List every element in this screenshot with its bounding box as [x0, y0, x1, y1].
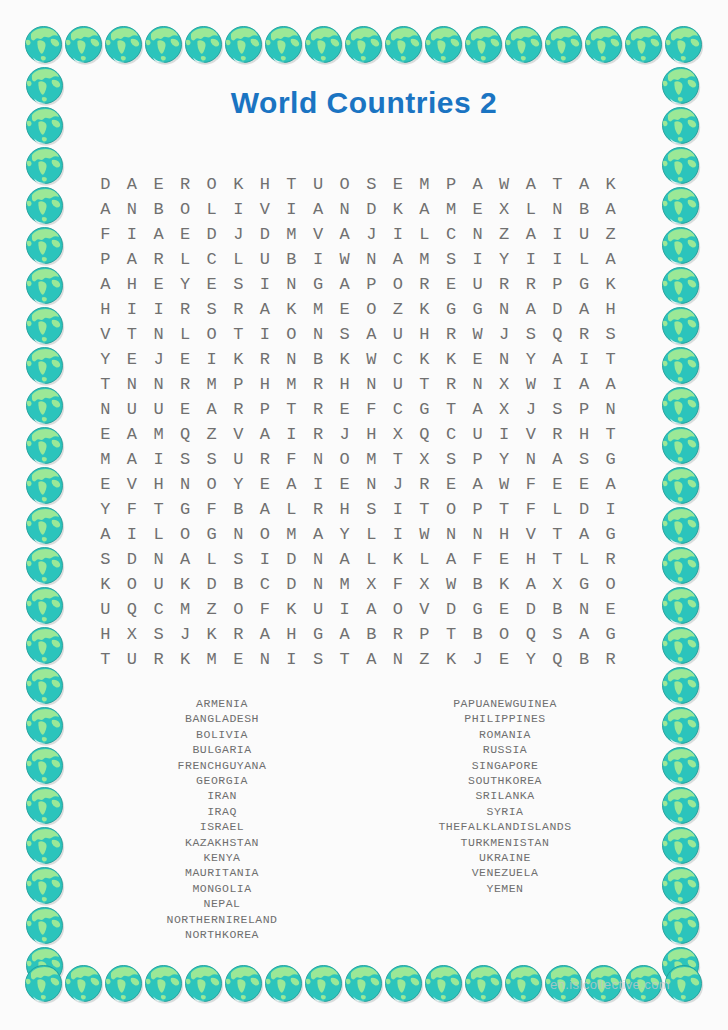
grid-cell[interactable]: U	[385, 372, 412, 397]
grid-cell[interactable]: I	[464, 247, 491, 272]
grid-cell[interactable]: N	[464, 222, 491, 247]
grid-cell[interactable]: K	[198, 622, 225, 647]
grid-cell[interactable]: A	[331, 547, 358, 572]
grid-cell[interactable]: T	[331, 647, 358, 672]
grid-cell[interactable]: K	[411, 347, 438, 372]
word-item[interactable]: SYRIA	[365, 804, 645, 819]
grid-cell[interactable]: B	[358, 622, 385, 647]
grid-cell[interactable]: S	[597, 322, 624, 347]
grid-cell[interactable]: Y	[225, 472, 252, 497]
grid-cell[interactable]: L	[198, 547, 225, 572]
grid-cell[interactable]: A	[518, 297, 545, 322]
grid-cell[interactable]: I	[518, 247, 545, 272]
word-item[interactable]: BANGLADESH	[82, 711, 362, 726]
grid-cell[interactable]: S	[145, 622, 172, 647]
grid-cell[interactable]: I	[278, 422, 305, 447]
grid-cell[interactable]: H	[252, 172, 279, 197]
grid-cell[interactable]: T	[411, 372, 438, 397]
grid-cell[interactable]: N	[518, 447, 545, 472]
grid-cell[interactable]: I	[145, 297, 172, 322]
grid-cell[interactable]: Z	[198, 422, 225, 447]
word-item[interactable]: VENEZUELA	[365, 865, 645, 880]
grid-cell[interactable]: P	[438, 172, 465, 197]
grid-cell[interactable]: A	[385, 247, 412, 272]
grid-cell[interactable]: O	[331, 172, 358, 197]
grid-cell[interactable]: N	[305, 572, 332, 597]
grid-cell[interactable]: M	[278, 372, 305, 397]
grid-cell[interactable]: I	[278, 647, 305, 672]
grid-cell[interactable]: I	[385, 222, 412, 247]
grid-cell[interactable]: G	[597, 447, 624, 472]
grid-cell[interactable]: A	[145, 222, 172, 247]
grid-cell[interactable]: P	[252, 397, 279, 422]
grid-cell[interactable]: E	[544, 472, 571, 497]
word-item[interactable]: MAURITANIA	[82, 865, 362, 880]
grid-cell[interactable]: O	[331, 447, 358, 472]
grid-cell[interactable]: G	[464, 597, 491, 622]
grid-cell[interactable]: L	[544, 497, 571, 522]
grid-cell[interactable]: M	[358, 447, 385, 472]
grid-cell[interactable]: K	[411, 297, 438, 322]
grid-cell[interactable]: X	[411, 447, 438, 472]
grid-cell[interactable]: N	[145, 322, 172, 347]
grid-cell[interactable]: E	[172, 347, 199, 372]
grid-cell[interactable]: H	[145, 472, 172, 497]
grid-cell[interactable]: N	[145, 547, 172, 572]
grid-cell[interactable]: L	[411, 222, 438, 247]
grid-cell[interactable]: T	[92, 647, 119, 672]
grid-cell[interactable]: T	[597, 347, 624, 372]
word-item[interactable]: KENYA	[82, 850, 362, 865]
grid-cell[interactable]: I	[119, 222, 146, 247]
grid-cell[interactable]: I	[491, 422, 518, 447]
grid-cell[interactable]: I	[225, 197, 252, 222]
grid-cell[interactable]: L	[518, 197, 545, 222]
grid-cell[interactable]: I	[331, 597, 358, 622]
grid-cell[interactable]: I	[385, 497, 412, 522]
grid-cell[interactable]: S	[305, 647, 332, 672]
grid-cell[interactable]: B	[544, 597, 571, 622]
grid-cell[interactable]: K	[491, 572, 518, 597]
grid-cell[interactable]: L	[278, 497, 305, 522]
grid-cell[interactable]: G	[571, 272, 598, 297]
grid-cell[interactable]: F	[464, 547, 491, 572]
grid-cell[interactable]: Y	[518, 347, 545, 372]
grid-cell[interactable]: Y	[92, 497, 119, 522]
grid-cell[interactable]: D	[544, 297, 571, 322]
grid-cell[interactable]: A	[544, 447, 571, 472]
grid-cell[interactable]: R	[411, 472, 438, 497]
grid-cell[interactable]: V	[225, 422, 252, 447]
grid-cell[interactable]: A	[358, 647, 385, 672]
grid-cell[interactable]: E	[145, 272, 172, 297]
grid-cell[interactable]: S	[358, 497, 385, 522]
grid-cell[interactable]: S	[198, 447, 225, 472]
grid-cell[interactable]: I	[145, 447, 172, 472]
grid-cell[interactable]: N	[491, 347, 518, 372]
grid-cell[interactable]: G	[571, 572, 598, 597]
grid-cell[interactable]: O	[385, 272, 412, 297]
grid-cell[interactable]: X	[491, 372, 518, 397]
grid-cell[interactable]: G	[597, 522, 624, 547]
grid-cell[interactable]: W	[358, 347, 385, 372]
grid-cell[interactable]: K	[597, 272, 624, 297]
grid-cell[interactable]: O	[119, 572, 146, 597]
grid-cell[interactable]: H	[571, 422, 598, 447]
grid-cell[interactable]: X	[385, 422, 412, 447]
grid-cell[interactable]: K	[225, 172, 252, 197]
grid-cell[interactable]: E	[331, 472, 358, 497]
grid-cell[interactable]: O	[358, 297, 385, 322]
grid-cell[interactable]: Q	[544, 647, 571, 672]
grid-cell[interactable]: S	[331, 322, 358, 347]
grid-cell[interactable]: O	[172, 197, 199, 222]
grid-cell[interactable]: U	[305, 172, 332, 197]
grid-cell[interactable]: L	[358, 547, 385, 572]
grid-cell[interactable]: R	[305, 397, 332, 422]
grid-cell[interactable]: L	[571, 547, 598, 572]
grid-cell[interactable]: B	[464, 572, 491, 597]
grid-cell[interactable]: G	[438, 297, 465, 322]
grid-cell[interactable]: F	[119, 497, 146, 522]
grid-cell[interactable]: L	[358, 522, 385, 547]
grid-cell[interactable]: S	[225, 547, 252, 572]
grid-cell[interactable]: S	[438, 247, 465, 272]
grid-cell[interactable]: Y	[491, 447, 518, 472]
grid-cell[interactable]: P	[225, 372, 252, 397]
grid-cell[interactable]: E	[464, 197, 491, 222]
grid-cell[interactable]: E	[571, 472, 598, 497]
grid-cell[interactable]: E	[464, 347, 491, 372]
grid-cell[interactable]: Q	[172, 422, 199, 447]
grid-cell[interactable]: I	[252, 272, 279, 297]
grid-cell[interactable]: D	[518, 597, 545, 622]
grid-cell[interactable]: T	[145, 497, 172, 522]
grid-cell[interactable]: K	[172, 647, 199, 672]
grid-cell[interactable]: E	[119, 347, 146, 372]
grid-cell[interactable]: T	[438, 397, 465, 422]
grid-cell[interactable]: T	[597, 422, 624, 447]
grid-cell[interactable]: N	[278, 347, 305, 372]
grid-cell[interactable]: L	[198, 197, 225, 222]
word-item[interactable]: GEORGIA	[82, 773, 362, 788]
grid-cell[interactable]: G	[172, 497, 199, 522]
grid-cell[interactable]: L	[571, 247, 598, 272]
grid-cell[interactable]: S	[92, 547, 119, 572]
word-item[interactable]: TURKMENISTAN	[365, 835, 645, 850]
grid-cell[interactable]: A	[92, 522, 119, 547]
grid-cell[interactable]: S	[172, 447, 199, 472]
grid-cell[interactable]: D	[438, 597, 465, 622]
grid-cell[interactable]: A	[331, 272, 358, 297]
grid-cell[interactable]: R	[172, 172, 199, 197]
grid-cell[interactable]: S	[358, 172, 385, 197]
grid-cell[interactable]: U	[464, 422, 491, 447]
grid-cell[interactable]: N	[544, 197, 571, 222]
grid-cell[interactable]: O	[597, 572, 624, 597]
grid-cell[interactable]: L	[411, 547, 438, 572]
grid-cell[interactable]: Y	[172, 272, 199, 297]
grid-cell[interactable]: C	[252, 572, 279, 597]
grid-cell[interactable]: F	[358, 397, 385, 422]
grid-cell[interactable]: M	[198, 372, 225, 397]
grid-cell[interactable]: X	[411, 572, 438, 597]
grid-cell[interactable]: W	[491, 472, 518, 497]
grid-cell[interactable]: R	[411, 272, 438, 297]
grid-cell[interactable]: P	[571, 397, 598, 422]
word-item[interactable]: NORTHERNIRELAND	[82, 912, 362, 927]
grid-cell[interactable]: K	[278, 297, 305, 322]
grid-cell[interactable]: M	[278, 222, 305, 247]
grid-cell[interactable]: O	[225, 597, 252, 622]
grid-cell[interactable]: I	[278, 197, 305, 222]
word-item[interactable]: PAPUANEWGUINEA	[365, 696, 645, 711]
word-item[interactable]: NORTHKOREA	[82, 927, 362, 942]
grid-cell[interactable]: N	[331, 197, 358, 222]
grid-cell[interactable]: R	[597, 547, 624, 572]
grid-cell[interactable]: X	[491, 197, 518, 222]
grid-cell[interactable]: N	[145, 372, 172, 397]
grid-cell[interactable]: Y	[92, 347, 119, 372]
grid-cell[interactable]: Q	[119, 597, 146, 622]
grid-cell[interactable]: A	[597, 372, 624, 397]
grid-cell[interactable]: E	[225, 647, 252, 672]
grid-cell[interactable]: O	[278, 322, 305, 347]
grid-cell[interactable]: Q	[411, 422, 438, 447]
grid-cell[interactable]: R	[172, 372, 199, 397]
grid-cell[interactable]: N	[491, 297, 518, 322]
grid-cell[interactable]: O	[491, 622, 518, 647]
grid-cell[interactable]: A	[92, 272, 119, 297]
grid-cell[interactable]: K	[438, 347, 465, 372]
grid-cell[interactable]: U	[252, 247, 279, 272]
grid-cell[interactable]: E	[331, 297, 358, 322]
grid-cell[interactable]: G	[597, 622, 624, 647]
grid-cell[interactable]: O	[252, 522, 279, 547]
grid-cell[interactable]: I	[385, 522, 412, 547]
grid-cell[interactable]: M	[305, 297, 332, 322]
grid-cell[interactable]: E	[597, 597, 624, 622]
grid-cell[interactable]: K	[331, 347, 358, 372]
grid-cell[interactable]: I	[305, 247, 332, 272]
grid-cell[interactable]: U	[145, 572, 172, 597]
word-item[interactable]: ROMANIA	[365, 727, 645, 742]
grid-cell[interactable]: D	[278, 547, 305, 572]
grid-cell[interactable]: T	[92, 372, 119, 397]
grid-cell[interactable]: I	[252, 322, 279, 347]
grid-cell[interactable]: A	[198, 397, 225, 422]
grid-cell[interactable]: E	[252, 472, 279, 497]
grid-cell[interactable]: T	[544, 547, 571, 572]
grid-cell[interactable]: M	[198, 647, 225, 672]
grid-cell[interactable]: O	[172, 522, 199, 547]
grid-cell[interactable]: A	[518, 572, 545, 597]
grid-cell[interactable]: C	[145, 597, 172, 622]
grid-cell[interactable]: G	[411, 397, 438, 422]
grid-cell[interactable]: I	[119, 522, 146, 547]
grid-cell[interactable]: L	[145, 522, 172, 547]
grid-cell[interactable]: A	[411, 197, 438, 222]
grid-cell[interactable]: E	[92, 472, 119, 497]
grid-cell[interactable]: A	[597, 472, 624, 497]
grid-cell[interactable]: K	[172, 572, 199, 597]
grid-cell[interactable]: I	[252, 547, 279, 572]
word-item[interactable]: NEPAL	[82, 896, 362, 911]
grid-cell[interactable]: V	[92, 322, 119, 347]
grid-cell[interactable]: J	[385, 472, 412, 497]
grid-cell[interactable]: Z	[198, 597, 225, 622]
grid-cell[interactable]: O	[198, 472, 225, 497]
grid-cell[interactable]: F	[385, 572, 412, 597]
grid-cell[interactable]: X	[544, 572, 571, 597]
grid-cell[interactable]: D	[198, 572, 225, 597]
grid-cell[interactable]: H	[252, 372, 279, 397]
grid-cell[interactable]: R	[518, 272, 545, 297]
word-item[interactable]: ISRAEL	[82, 819, 362, 834]
grid-cell[interactable]: U	[145, 397, 172, 422]
word-item[interactable]: SINGAPORE	[365, 758, 645, 773]
grid-cell[interactable]: I	[305, 472, 332, 497]
grid-cell[interactable]: Q	[544, 322, 571, 347]
word-item[interactable]: ARMENIA	[82, 696, 362, 711]
grid-cell[interactable]: D	[571, 497, 598, 522]
grid-cell[interactable]: H	[119, 272, 146, 297]
grid-cell[interactable]: G	[305, 272, 332, 297]
grid-cell[interactable]: O	[198, 322, 225, 347]
grid-cell[interactable]: R	[305, 372, 332, 397]
grid-cell[interactable]: L	[225, 247, 252, 272]
grid-cell[interactable]: R	[145, 647, 172, 672]
grid-cell[interactable]: A	[119, 247, 146, 272]
grid-cell[interactable]: J	[172, 622, 199, 647]
grid-cell[interactable]: N	[278, 272, 305, 297]
grid-cell[interactable]: U	[464, 272, 491, 297]
grid-cell[interactable]: N	[385, 647, 412, 672]
grid-cell[interactable]: F	[518, 497, 545, 522]
grid-cell[interactable]: I	[544, 247, 571, 272]
grid-cell[interactable]: E	[491, 547, 518, 572]
grid-cell[interactable]: T	[119, 322, 146, 347]
grid-cell[interactable]: E	[491, 647, 518, 672]
grid-cell[interactable]: F	[278, 447, 305, 472]
grid-cell[interactable]: H	[411, 322, 438, 347]
grid-cell[interactable]: E	[172, 397, 199, 422]
grid-cell[interactable]: A	[119, 172, 146, 197]
word-item[interactable]: IRAQ	[82, 804, 362, 819]
grid-cell[interactable]: R	[597, 647, 624, 672]
grid-cell[interactable]: N	[172, 472, 199, 497]
grid-cell[interactable]: D	[278, 572, 305, 597]
grid-cell[interactable]: K	[438, 647, 465, 672]
grid-cell[interactable]: N	[225, 522, 252, 547]
grid-cell[interactable]: X	[358, 572, 385, 597]
grid-cell[interactable]: K	[225, 347, 252, 372]
word-item[interactable]: BULGARIA	[82, 742, 362, 757]
grid-cell[interactable]: A	[571, 172, 598, 197]
grid-cell[interactable]: A	[305, 197, 332, 222]
grid-cell[interactable]: Z	[385, 297, 412, 322]
grid-cell[interactable]: F	[252, 597, 279, 622]
grid-cell[interactable]: B	[225, 497, 252, 522]
grid-cell[interactable]: N	[464, 372, 491, 397]
grid-cell[interactable]: R	[305, 422, 332, 447]
grid-cell[interactable]: B	[571, 647, 598, 672]
grid-cell[interactable]: W	[491, 172, 518, 197]
grid-cell[interactable]: A	[358, 322, 385, 347]
grid-cell[interactable]: X	[491, 397, 518, 422]
grid-cell[interactable]: M	[92, 447, 119, 472]
grid-cell[interactable]: F	[92, 222, 119, 247]
grid-cell[interactable]: R	[438, 322, 465, 347]
grid-cell[interactable]: H	[92, 622, 119, 647]
grid-cell[interactable]: N	[252, 647, 279, 672]
grid-cell[interactable]: L	[172, 247, 199, 272]
grid-cell[interactable]: U	[119, 397, 146, 422]
grid-cell[interactable]: X	[119, 622, 146, 647]
grid-cell[interactable]: Y	[491, 247, 518, 272]
grid-cell[interactable]: N	[358, 372, 385, 397]
grid-cell[interactable]: I	[544, 372, 571, 397]
grid-cell[interactable]: A	[92, 197, 119, 222]
grid-cell[interactable]: I	[544, 222, 571, 247]
grid-cell[interactable]: N	[571, 597, 598, 622]
word-item[interactable]: UKRAINE	[365, 850, 645, 865]
grid-cell[interactable]: V	[252, 197, 279, 222]
grid-cell[interactable]: B	[278, 247, 305, 272]
grid-cell[interactable]: E	[438, 272, 465, 297]
grid-cell[interactable]: B	[225, 572, 252, 597]
grid-cell[interactable]: B	[464, 622, 491, 647]
grid-cell[interactable]: T	[491, 497, 518, 522]
word-item[interactable]: YEMEN	[365, 881, 645, 896]
grid-cell[interactable]: R	[544, 422, 571, 447]
grid-cell[interactable]: Y	[331, 522, 358, 547]
grid-cell[interactable]: M	[411, 172, 438, 197]
grid-cell[interactable]: W	[518, 372, 545, 397]
grid-cell[interactable]: F	[518, 472, 545, 497]
grid-cell[interactable]: K	[385, 197, 412, 222]
grid-cell[interactable]: T	[278, 397, 305, 422]
grid-cell[interactable]: B	[571, 197, 598, 222]
grid-cell[interactable]: A	[518, 172, 545, 197]
word-item[interactable]: SOUTHKOREA	[365, 773, 645, 788]
grid-cell[interactable]: A	[464, 472, 491, 497]
grid-cell[interactable]: U	[119, 647, 146, 672]
grid-cell[interactable]: R	[172, 297, 199, 322]
grid-cell[interactable]: C	[438, 422, 465, 447]
grid-cell[interactable]: M	[411, 247, 438, 272]
grid-cell[interactable]: L	[172, 322, 199, 347]
grid-cell[interactable]: S	[544, 397, 571, 422]
grid-cell[interactable]: A	[358, 597, 385, 622]
grid-cell[interactable]: W	[438, 572, 465, 597]
grid-cell[interactable]: E	[198, 272, 225, 297]
grid-cell[interactable]: N	[438, 522, 465, 547]
grid-cell[interactable]: D	[119, 547, 146, 572]
grid-cell[interactable]: E	[438, 472, 465, 497]
grid-cell[interactable]: A	[305, 522, 332, 547]
grid-cell[interactable]: A	[571, 372, 598, 397]
grid-cell[interactable]: N	[119, 372, 146, 397]
grid-cell[interactable]: A	[571, 622, 598, 647]
grid-cell[interactable]: C	[438, 222, 465, 247]
grid-cell[interactable]: R	[491, 272, 518, 297]
grid-cell[interactable]: I	[198, 347, 225, 372]
word-item[interactable]: FRENCHGUYANA	[82, 758, 362, 773]
grid-cell[interactable]: N	[305, 322, 332, 347]
grid-cell[interactable]: P	[464, 447, 491, 472]
grid-cell[interactable]: K	[597, 172, 624, 197]
